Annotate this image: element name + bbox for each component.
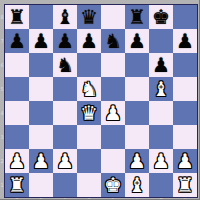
square-g8[interactable]: ♚ xyxy=(149,5,173,29)
square-g5[interactable]: ♝ xyxy=(149,77,173,101)
square-f1[interactable]: ♝ xyxy=(125,173,149,197)
black-queen[interactable]: ♛ xyxy=(80,5,98,29)
square-g6[interactable]: ♟ xyxy=(149,53,173,77)
square-d2[interactable] xyxy=(77,149,101,173)
white-rook[interactable]: ♜ xyxy=(176,173,194,197)
white-pawn[interactable]: ♟ xyxy=(152,149,170,173)
square-d7[interactable]: ♟ xyxy=(77,29,101,53)
square-f5[interactable] xyxy=(125,77,149,101)
square-h2[interactable]: ♟ xyxy=(173,149,197,173)
black-pawn[interactable]: ♟ xyxy=(176,29,194,53)
square-e8[interactable] xyxy=(101,5,125,29)
square-h1[interactable]: ♜ xyxy=(173,173,197,197)
square-c6[interactable]: ♞ xyxy=(53,53,77,77)
square-d1[interactable] xyxy=(77,173,101,197)
white-bishop[interactable]: ♝ xyxy=(152,77,170,101)
square-b5[interactable] xyxy=(29,77,53,101)
black-pawn[interactable]: ♟ xyxy=(128,29,146,53)
black-rook[interactable]: ♜ xyxy=(128,5,146,29)
square-g2[interactable]: ♟ xyxy=(149,149,173,173)
square-f6[interactable] xyxy=(125,53,149,77)
square-f2[interactable]: ♟ xyxy=(125,149,149,173)
white-rook[interactable]: ♜ xyxy=(8,173,26,197)
black-pawn[interactable]: ♟ xyxy=(56,29,74,53)
square-d4[interactable]: ♛ xyxy=(77,101,101,125)
square-c5[interactable] xyxy=(53,77,77,101)
square-c3[interactable] xyxy=(53,125,77,149)
square-e3[interactable] xyxy=(101,125,125,149)
square-e2[interactable] xyxy=(101,149,125,173)
white-pawn[interactable]: ♟ xyxy=(176,149,194,173)
square-d5[interactable]: ♞ xyxy=(77,77,101,101)
square-a5[interactable] xyxy=(5,77,29,101)
black-pawn[interactable]: ♟ xyxy=(80,29,98,53)
square-b1[interactable] xyxy=(29,173,53,197)
white-pawn[interactable]: ♟ xyxy=(32,149,50,173)
square-a2[interactable]: ♟ xyxy=(5,149,29,173)
black-pawn[interactable]: ♟ xyxy=(152,53,170,77)
square-d3[interactable] xyxy=(77,125,101,149)
white-pawn[interactable]: ♟ xyxy=(8,149,26,173)
square-g1[interactable] xyxy=(149,173,173,197)
square-c2[interactable]: ♟ xyxy=(53,149,77,173)
square-e4[interactable]: ♟ xyxy=(101,101,125,125)
black-pawn[interactable]: ♟ xyxy=(8,29,26,53)
square-b4[interactable] xyxy=(29,101,53,125)
square-a1[interactable]: ♜ xyxy=(5,173,29,197)
white-king[interactable]: ♚ xyxy=(104,173,122,197)
square-a3[interactable] xyxy=(5,125,29,149)
square-h4[interactable] xyxy=(173,101,197,125)
white-knight[interactable]: ♞ xyxy=(80,77,98,101)
square-h7[interactable]: ♟ xyxy=(173,29,197,53)
black-knight[interactable]: ♞ xyxy=(56,53,74,77)
square-c7[interactable]: ♟ xyxy=(53,29,77,53)
square-b2[interactable]: ♟ xyxy=(29,149,53,173)
white-pawn[interactable]: ♟ xyxy=(56,149,74,173)
square-f8[interactable]: ♜ xyxy=(125,5,149,29)
square-a6[interactable] xyxy=(5,53,29,77)
square-b6[interactable] xyxy=(29,53,53,77)
chess-board-window: 87654321 abcdefgh ♜♝♛♜♚♟♟♟♟♞♟♟♞♟♞♝♛♟♟♟♟♟… xyxy=(0,0,200,200)
square-a8[interactable]: ♜ xyxy=(5,5,29,29)
square-e5[interactable] xyxy=(101,77,125,101)
square-c8[interactable]: ♝ xyxy=(53,5,77,29)
white-bishop[interactable]: ♝ xyxy=(128,173,146,197)
square-b8[interactable] xyxy=(29,5,53,29)
square-e7[interactable]: ♞ xyxy=(101,29,125,53)
square-g4[interactable] xyxy=(149,101,173,125)
square-c4[interactable] xyxy=(53,101,77,125)
black-rook[interactable]: ♜ xyxy=(8,5,26,29)
square-a4[interactable] xyxy=(5,101,29,125)
black-pawn[interactable]: ♟ xyxy=(32,29,50,53)
square-d6[interactable] xyxy=(77,53,101,77)
black-king[interactable]: ♚ xyxy=(152,5,170,29)
white-pawn[interactable]: ♟ xyxy=(128,149,146,173)
square-a7[interactable]: ♟ xyxy=(5,29,29,53)
black-bishop[interactable]: ♝ xyxy=(56,5,74,29)
white-queen[interactable]: ♛ xyxy=(80,101,98,125)
black-knight[interactable]: ♞ xyxy=(104,29,122,53)
square-e6[interactable] xyxy=(101,53,125,77)
square-b7[interactable]: ♟ xyxy=(29,29,53,53)
square-f7[interactable]: ♟ xyxy=(125,29,149,53)
square-h6[interactable] xyxy=(173,53,197,77)
square-h5[interactable] xyxy=(173,77,197,101)
square-h8[interactable] xyxy=(173,5,197,29)
chess-board: ♜♝♛♜♚♟♟♟♟♞♟♟♞♟♞♝♛♟♟♟♟♟♟♟♜♚♝♜ xyxy=(4,4,198,198)
square-g3[interactable] xyxy=(149,125,173,149)
square-f4[interactable] xyxy=(125,101,149,125)
square-c1[interactable] xyxy=(53,173,77,197)
square-e1[interactable]: ♚ xyxy=(101,173,125,197)
square-b3[interactable] xyxy=(29,125,53,149)
square-g7[interactable] xyxy=(149,29,173,53)
square-f3[interactable] xyxy=(125,125,149,149)
square-h3[interactable] xyxy=(173,125,197,149)
square-d8[interactable]: ♛ xyxy=(77,5,101,29)
white-pawn[interactable]: ♟ xyxy=(104,101,122,125)
